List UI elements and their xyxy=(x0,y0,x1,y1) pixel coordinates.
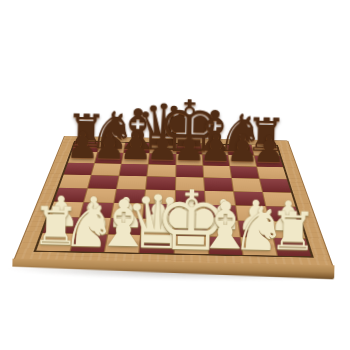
square-h2 xyxy=(270,221,306,238)
square-g5 xyxy=(232,178,262,191)
square-b2 xyxy=(76,217,111,234)
square-b6 xyxy=(92,164,121,176)
square-g3 xyxy=(236,206,269,221)
square-c3 xyxy=(112,203,144,218)
square-g6 xyxy=(230,166,259,178)
square-e4 xyxy=(175,190,204,204)
square-g2 xyxy=(238,221,272,238)
square-d1 xyxy=(140,235,174,253)
square-d4 xyxy=(145,190,175,204)
square-g1 xyxy=(241,237,277,255)
square-e2 xyxy=(175,219,207,236)
square-h5 xyxy=(260,179,291,192)
square-f4 xyxy=(205,191,235,205)
square-e5 xyxy=(176,177,204,190)
square-g4 xyxy=(234,191,265,205)
square-a1 xyxy=(36,233,74,251)
pieces-layer: ♜♞♝♛♚♝♞♜♟♟♟♟♟♟♟♟♟♟♟♟♟♟♟♟♜♞♝♛♚♝♞♜ xyxy=(4,0,350,4)
square-d6 xyxy=(148,165,175,177)
square-a3 xyxy=(49,202,84,217)
square-h4 xyxy=(263,192,295,206)
square-f7 xyxy=(202,155,229,166)
square-f8 xyxy=(202,144,228,155)
square-g7 xyxy=(228,155,256,166)
square-c4 xyxy=(115,189,146,203)
square-a7 xyxy=(68,152,97,163)
square-h1 xyxy=(274,238,311,256)
square-b8 xyxy=(98,142,125,153)
square-h8 xyxy=(252,145,280,156)
square-c6 xyxy=(120,164,148,176)
square-b3 xyxy=(80,202,113,217)
chess-board xyxy=(13,136,334,268)
square-d5 xyxy=(146,177,174,190)
square-d3 xyxy=(143,204,174,219)
square-e6 xyxy=(176,165,203,177)
square-e8 xyxy=(176,144,201,155)
square-f2 xyxy=(207,220,240,237)
square-e7 xyxy=(176,154,202,165)
square-d7 xyxy=(149,154,175,165)
square-f1 xyxy=(208,237,242,255)
square-c1 xyxy=(105,235,140,253)
square-a4 xyxy=(54,188,87,202)
square-f5 xyxy=(204,178,233,191)
square-c2 xyxy=(109,218,143,235)
square-d8 xyxy=(150,143,175,154)
square-b5 xyxy=(88,176,118,189)
square-a5 xyxy=(59,175,91,188)
square-e3 xyxy=(175,204,205,219)
square-e1 xyxy=(174,236,207,254)
board-squares xyxy=(33,141,313,258)
square-h7 xyxy=(254,156,283,167)
square-a6 xyxy=(64,163,94,175)
square-f3 xyxy=(206,205,237,220)
square-c7 xyxy=(122,153,149,164)
square-f6 xyxy=(203,166,231,178)
chess-set-photo: ♜♞♝♛♚♝♞♜♟♟♟♟♟♟♟♟♟♟♟♟♟♟♟♟♜♞♝♛♚♝♞♜ xyxy=(0,0,350,350)
square-c8 xyxy=(124,143,150,154)
board-tilt-layer: ♜♞♝♛♚♝♞♜♟♟♟♟♟♟♟♟♟♟♟♟♟♟♟♟♜♞♝♛♚♝♞♜ xyxy=(0,0,350,350)
square-h3 xyxy=(266,206,300,221)
square-a8 xyxy=(72,142,100,153)
square-b7 xyxy=(95,152,123,163)
square-b1 xyxy=(71,234,108,252)
square-c5 xyxy=(117,176,146,189)
square-g8 xyxy=(227,145,254,156)
square-h6 xyxy=(257,167,287,179)
square-a2 xyxy=(43,217,79,234)
square-d2 xyxy=(142,219,174,236)
square-b4 xyxy=(84,188,116,202)
